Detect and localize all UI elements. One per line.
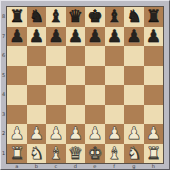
piece-black-rook[interactable]: ♜ [9,7,24,27]
board-frame: 87654321 abcdefgh ♜♞♝♛♚♝♞♜♟♟♟♟♟♟♟♟♟♟♟♟♟♟… [0,0,170,170]
square-e3[interactable] [85,105,105,125]
square-f3[interactable] [105,105,125,125]
piece-black-pawn[interactable]: ♟ [126,27,141,47]
square-d4[interactable] [66,85,86,105]
piece-white-pawn[interactable]: ♟ [87,124,102,144]
square-f2[interactable]: ♟ [105,124,125,144]
square-d1[interactable]: ♛ [66,144,86,164]
file-labels: abcdefgh [7,164,163,169]
piece-white-pawn[interactable]: ♟ [48,124,63,144]
square-b8[interactable]: ♞ [27,7,47,27]
square-f6[interactable] [105,46,125,66]
square-g4[interactable] [124,85,144,105]
square-g2[interactable]: ♟ [124,124,144,144]
square-c2[interactable]: ♟ [46,124,66,144]
square-d8[interactable]: ♛ [66,7,86,27]
chess-board: ♜♞♝♛♚♝♞♜♟♟♟♟♟♟♟♟♟♟♟♟♟♟♟♟♜♞♝♛♚♝♞♜ [6,6,164,164]
file-label-c: c [46,164,66,169]
square-h4[interactable] [144,85,164,105]
square-h6[interactable] [144,46,164,66]
square-a8[interactable]: ♜ [7,7,27,27]
piece-white-bishop[interactable]: ♝ [107,144,122,164]
square-e1[interactable]: ♚ [85,144,105,164]
square-a2[interactable]: ♟ [7,124,27,144]
square-h2[interactable]: ♟ [144,124,164,144]
square-e2[interactable]: ♟ [85,124,105,144]
square-h7[interactable]: ♟ [144,27,164,47]
square-a4[interactable] [7,85,27,105]
square-h3[interactable] [144,105,164,125]
square-f1[interactable]: ♝ [105,144,125,164]
piece-black-bishop[interactable]: ♝ [107,7,122,27]
square-a6[interactable] [7,46,27,66]
square-g6[interactable] [124,46,144,66]
file-label-b: b [27,164,47,169]
square-c8[interactable]: ♝ [46,7,66,27]
square-a1[interactable]: ♜ [7,144,27,164]
square-b1[interactable]: ♞ [27,144,47,164]
square-c6[interactable] [46,46,66,66]
piece-black-knight[interactable]: ♞ [29,7,44,27]
square-e6[interactable] [85,46,105,66]
square-f5[interactable] [105,66,125,86]
square-c3[interactable] [46,105,66,125]
piece-white-knight[interactable]: ♞ [126,144,141,164]
file-label-f: f [105,164,125,169]
piece-white-rook[interactable]: ♜ [9,144,24,164]
square-g5[interactable] [124,66,144,86]
square-b2[interactable]: ♟ [27,124,47,144]
square-g1[interactable]: ♞ [124,144,144,164]
square-a7[interactable]: ♟ [7,27,27,47]
piece-white-pawn[interactable]: ♟ [146,124,161,144]
square-h5[interactable] [144,66,164,86]
piece-black-pawn[interactable]: ♟ [107,27,122,47]
piece-white-queen[interactable]: ♛ [68,144,83,164]
file-label-a: a [7,164,27,169]
piece-white-knight[interactable]: ♞ [29,144,44,164]
square-c7[interactable]: ♟ [46,27,66,47]
square-e7[interactable]: ♟ [85,27,105,47]
square-e8[interactable]: ♚ [85,7,105,27]
piece-black-rook[interactable]: ♜ [146,7,161,27]
square-c5[interactable] [46,66,66,86]
square-f7[interactable]: ♟ [105,27,125,47]
square-d6[interactable] [66,46,86,66]
piece-white-pawn[interactable]: ♟ [68,124,83,144]
file-label-h: h [144,164,164,169]
piece-white-pawn[interactable]: ♟ [107,124,122,144]
square-e5[interactable] [85,66,105,86]
piece-white-rook[interactable]: ♜ [146,144,161,164]
piece-white-pawn[interactable]: ♟ [9,124,24,144]
piece-black-queen[interactable]: ♛ [68,7,83,27]
piece-black-pawn[interactable]: ♟ [9,27,24,47]
square-d3[interactable] [66,105,86,125]
piece-black-pawn[interactable]: ♟ [68,27,83,47]
square-b3[interactable] [27,105,47,125]
square-c4[interactable] [46,85,66,105]
square-e4[interactable] [85,85,105,105]
square-d5[interactable] [66,66,86,86]
piece-black-knight[interactable]: ♞ [126,7,141,27]
piece-black-bishop[interactable]: ♝ [48,7,63,27]
square-g3[interactable] [124,105,144,125]
square-d2[interactable]: ♟ [66,124,86,144]
piece-black-pawn[interactable]: ♟ [87,27,102,47]
piece-black-king[interactable]: ♚ [87,7,102,27]
square-f8[interactable]: ♝ [105,7,125,27]
piece-black-pawn[interactable]: ♟ [146,27,161,47]
square-h1[interactable]: ♜ [144,144,164,164]
square-g7[interactable]: ♟ [124,27,144,47]
square-h8[interactable]: ♜ [144,7,164,27]
file-label-e: e [85,164,105,169]
file-label-g: g [124,164,144,169]
square-b4[interactable] [27,85,47,105]
square-b6[interactable] [27,46,47,66]
square-b5[interactable] [27,66,47,86]
square-b7[interactable]: ♟ [27,27,47,47]
square-a3[interactable] [7,105,27,125]
file-label-d: d [66,164,86,169]
square-a5[interactable] [7,66,27,86]
piece-black-pawn[interactable]: ♟ [29,27,44,47]
piece-white-pawn[interactable]: ♟ [29,124,44,144]
square-d7[interactable]: ♟ [66,27,86,47]
piece-black-pawn[interactable]: ♟ [48,27,63,47]
square-g8[interactable]: ♞ [124,7,144,27]
piece-white-king[interactable]: ♚ [87,144,102,164]
square-c1[interactable]: ♝ [46,144,66,164]
square-f4[interactable] [105,85,125,105]
piece-white-bishop[interactable]: ♝ [48,144,63,164]
piece-white-pawn[interactable]: ♟ [126,124,141,144]
